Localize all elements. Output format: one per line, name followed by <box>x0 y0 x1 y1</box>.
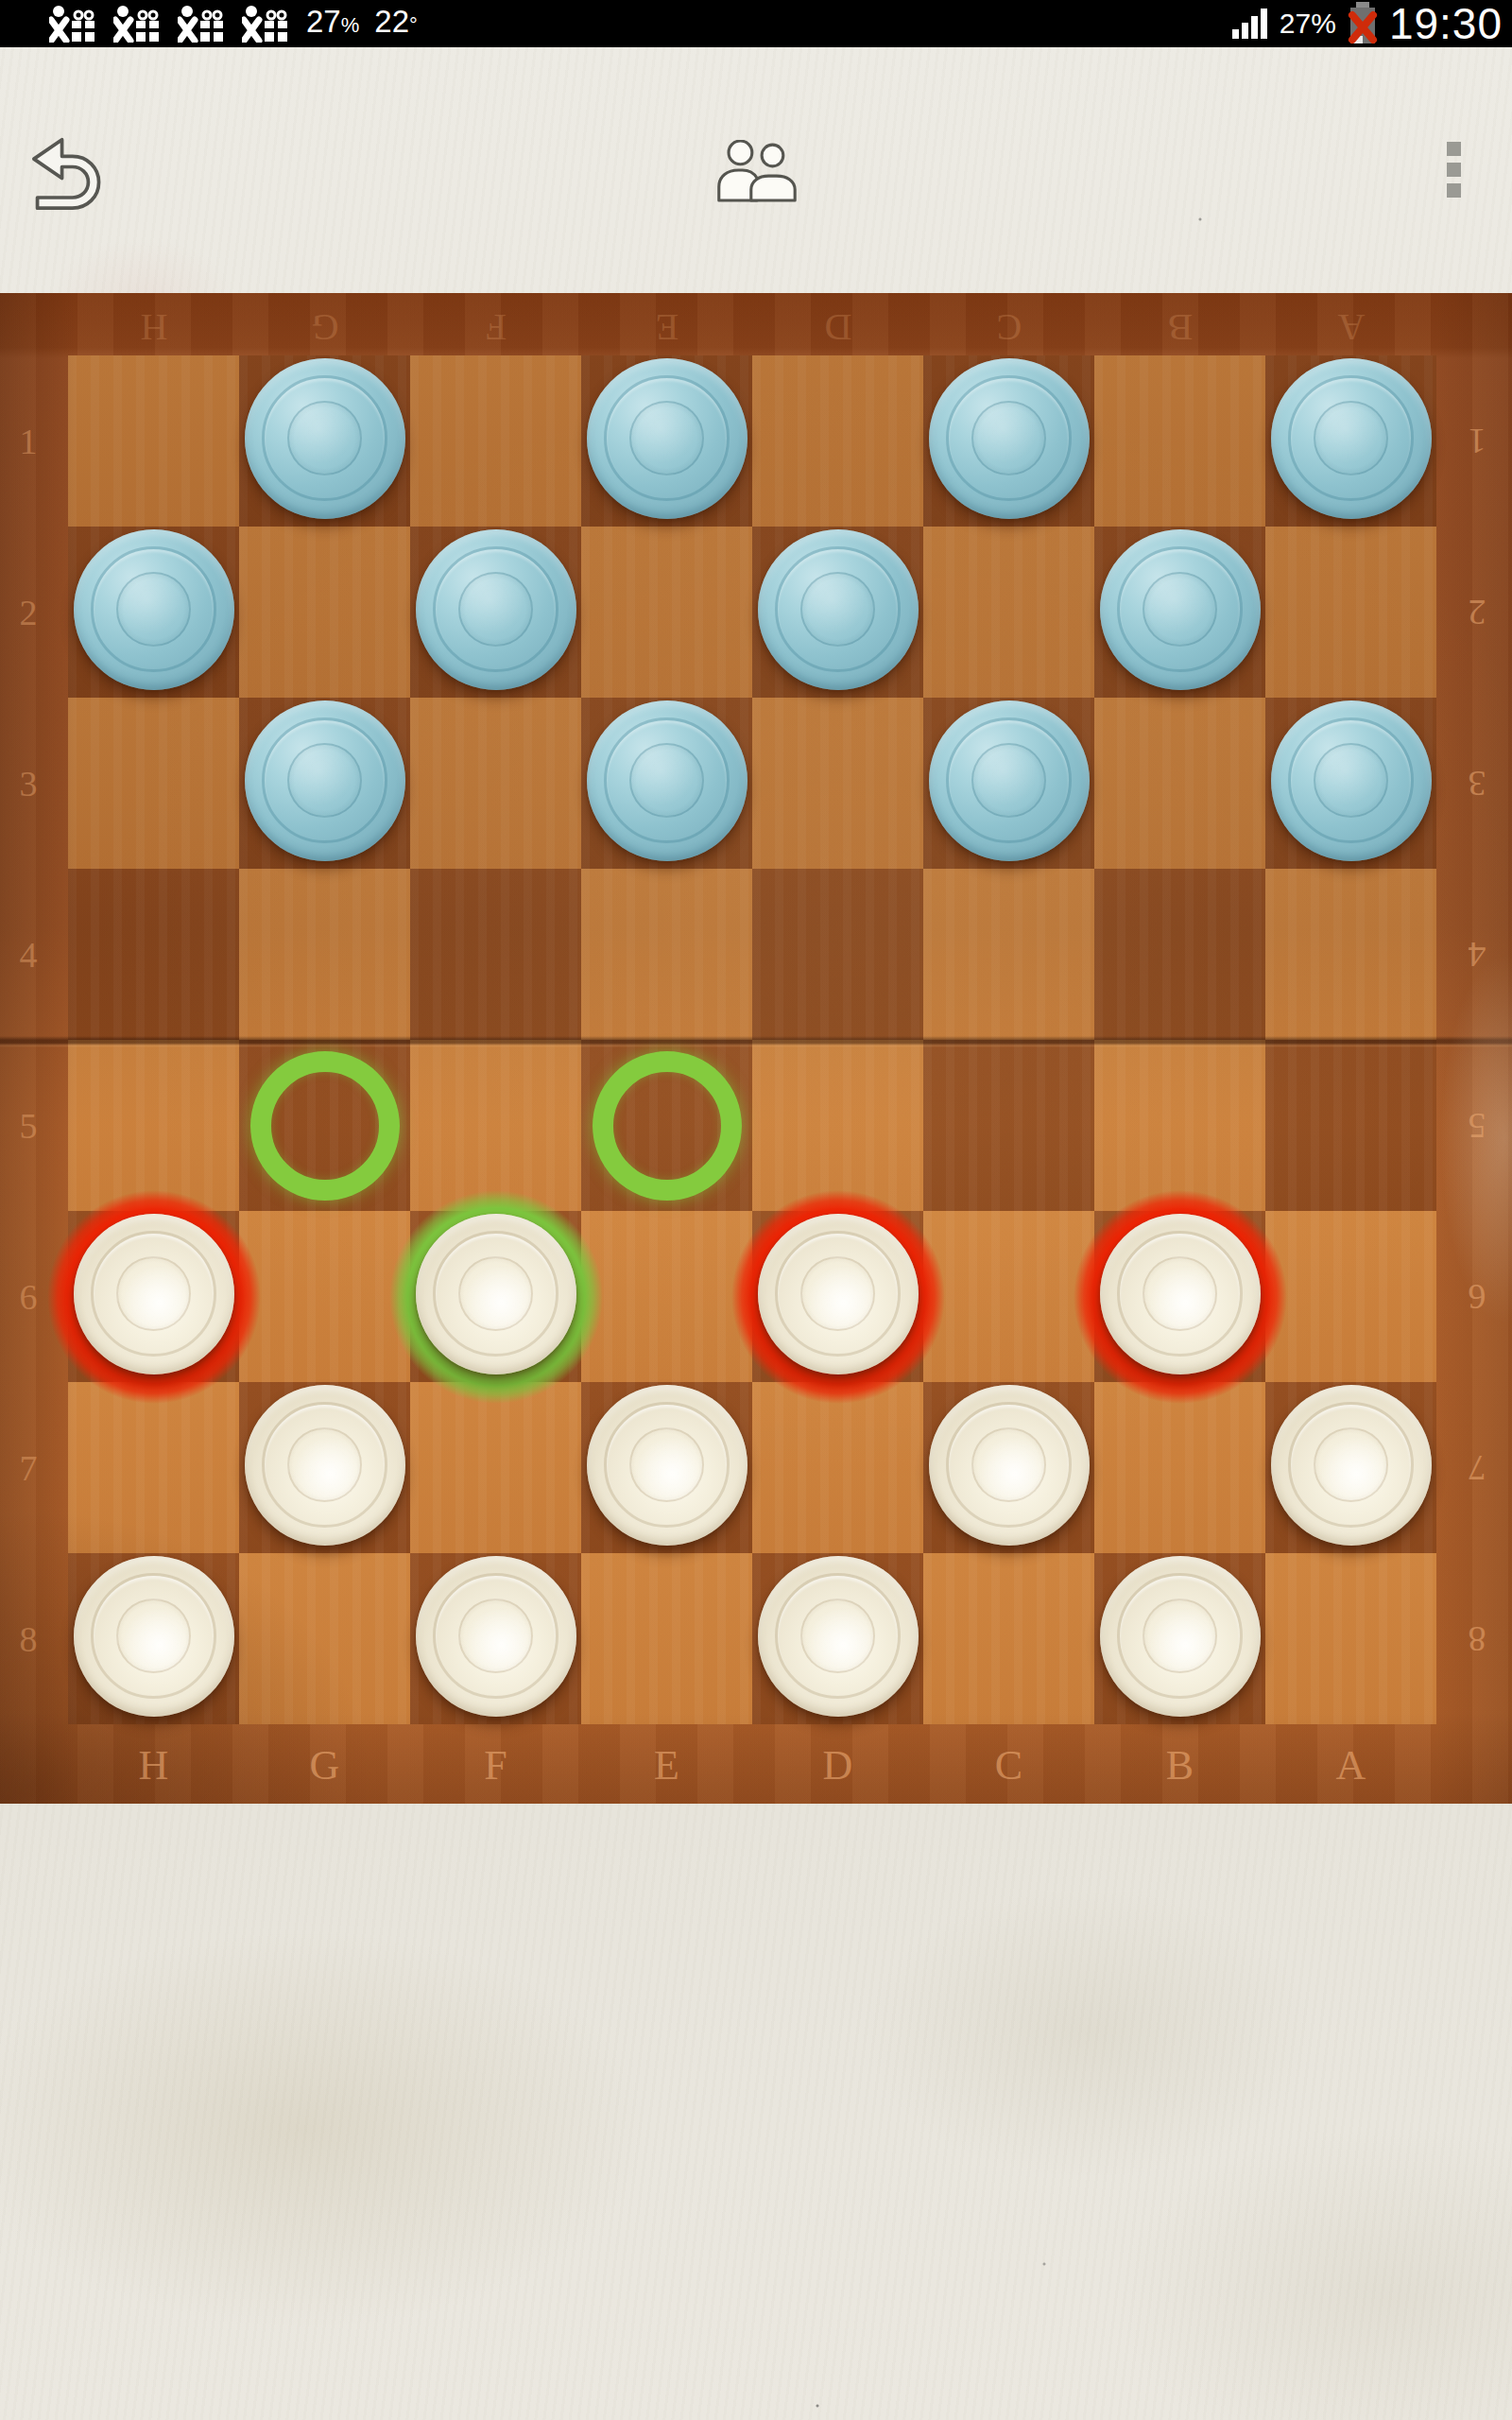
board-coordinate-label: A <box>1337 305 1365 350</box>
status-bar: 27% 22° 27% 19:30 <box>0 0 1512 47</box>
person-gift-icon <box>113 5 163 43</box>
piece-center <box>1143 572 1216 646</box>
board-square[interactable] <box>1265 1211 1436 1382</box>
piece-center <box>800 1599 874 1672</box>
square-d2[interactable] <box>752 527 923 698</box>
square-g1[interactable] <box>239 355 410 527</box>
piece-center <box>800 572 874 646</box>
board-square[interactable] <box>239 1211 410 1382</box>
board-coordinate-label: 2 <box>1469 592 1486 633</box>
board-coordinate-label: 4 <box>20 934 38 976</box>
square-b2[interactable] <box>1094 527 1265 698</box>
board-square[interactable] <box>923 1553 1094 1724</box>
board-coordinate-label: B <box>1166 1741 1194 1789</box>
square-d8[interactable] <box>752 1553 923 1724</box>
piece-center <box>287 401 361 475</box>
board-coordinate-label: 3 <box>1469 763 1486 804</box>
square-g7[interactable] <box>239 1382 410 1553</box>
checker-piece-white[interactable] <box>1100 1214 1261 1374</box>
board-square[interactable] <box>239 869 410 1040</box>
board-square[interactable] <box>1094 1040 1265 1211</box>
board-coordinate-label: B <box>1167 305 1193 350</box>
square-f6[interactable] <box>410 1211 581 1382</box>
board-coordinate-label: 8 <box>20 1618 38 1660</box>
board-square[interactable] <box>410 1382 581 1553</box>
checker-piece-white[interactable] <box>74 1214 234 1374</box>
square-a3[interactable] <box>1265 698 1436 869</box>
checker-piece-white[interactable] <box>74 1556 234 1717</box>
app-screen: 27% 22° 27% 19:30 <box>0 0 1512 2420</box>
board-coordinate-label: A <box>1336 1741 1366 1789</box>
piece-center <box>971 743 1045 817</box>
piece-center <box>629 743 703 817</box>
clock: 19:30 <box>1389 0 1503 49</box>
board-square[interactable] <box>581 1211 752 1382</box>
board-coordinate-label: C <box>995 1741 1022 1789</box>
piece-center <box>1314 743 1387 817</box>
piece-center <box>116 1256 190 1330</box>
move-target-g5[interactable] <box>239 1040 410 1211</box>
board-square[interactable] <box>752 698 923 869</box>
board-square[interactable] <box>239 1553 410 1724</box>
board-coordinate-label: 1 <box>20 421 38 462</box>
square-b8[interactable] <box>1094 1553 1265 1724</box>
temperature: 22° <box>374 0 418 49</box>
piece-center <box>287 743 361 817</box>
piece-center <box>629 1427 703 1501</box>
menu-square <box>1447 183 1461 198</box>
person-gift-icon <box>49 5 98 43</box>
board-coordinate-label: E <box>655 305 678 350</box>
checker-piece-white[interactable] <box>758 1214 919 1374</box>
piece-center <box>1143 1256 1216 1330</box>
piece-center <box>971 401 1045 475</box>
square-c1[interactable] <box>923 355 1094 527</box>
checker-piece-blue[interactable] <box>1271 358 1432 519</box>
checker-piece-white[interactable] <box>416 1214 576 1374</box>
checker-piece-blue[interactable] <box>758 529 919 690</box>
board-square[interactable] <box>68 355 239 527</box>
person-gift-icon <box>242 5 291 43</box>
piece-center <box>458 572 532 646</box>
square-f2[interactable] <box>410 527 581 698</box>
board-square[interactable] <box>752 1040 923 1211</box>
move-target-ring[interactable] <box>593 1051 742 1201</box>
checker-piece-white[interactable] <box>245 1385 405 1546</box>
board-square[interactable] <box>68 698 239 869</box>
board-coordinate-label: 7 <box>20 1447 38 1489</box>
board-coordinate-label: E <box>654 1741 679 1789</box>
board-coordinate-label: 8 <box>1469 1618 1486 1660</box>
board-square[interactable] <box>410 869 581 1040</box>
checker-piece-blue[interactable] <box>74 529 234 690</box>
checker-piece-blue[interactable] <box>929 358 1090 519</box>
square-h2[interactable] <box>68 527 239 698</box>
board-square[interactable] <box>1265 869 1436 1040</box>
board-square[interactable] <box>68 1040 239 1211</box>
board-square[interactable] <box>923 869 1094 1040</box>
checker-piece-white[interactable] <box>587 1385 747 1546</box>
square-g3[interactable] <box>239 698 410 869</box>
board-coordinate-label: 4 <box>1469 934 1486 976</box>
board-square[interactable] <box>410 1040 581 1211</box>
move-target-e5[interactable] <box>581 1040 752 1211</box>
overflow-menu-icon[interactable] <box>1447 142 1466 200</box>
board-square[interactable] <box>1265 1553 1436 1724</box>
checker-piece-blue[interactable] <box>587 358 747 519</box>
checker-piece-blue[interactable] <box>587 700 747 861</box>
board-coordinate-label: 1 <box>1469 421 1486 462</box>
checker-piece-white[interactable] <box>758 1556 919 1717</box>
square-e7[interactable] <box>581 1382 752 1553</box>
board-coordinate-label: 5 <box>1469 1105 1486 1147</box>
board-square[interactable] <box>410 698 581 869</box>
square-a1[interactable] <box>1265 355 1436 527</box>
checker-piece-white[interactable] <box>1100 1556 1261 1717</box>
piece-center <box>1314 1427 1387 1501</box>
board-coordinate-label: 6 <box>20 1276 38 1318</box>
piece-center <box>287 1427 361 1501</box>
board-square[interactable] <box>923 1211 1094 1382</box>
piece-center <box>458 1256 532 1330</box>
board-square[interactable] <box>581 527 752 698</box>
board-coordinate-label: 5 <box>20 1105 38 1147</box>
board-square[interactable] <box>239 527 410 698</box>
checker-piece-blue[interactable] <box>245 358 405 519</box>
square-e1[interactable] <box>581 355 752 527</box>
square-a7[interactable] <box>1265 1382 1436 1553</box>
board-square[interactable] <box>1094 355 1265 527</box>
board-coordinate-label: 3 <box>20 763 38 804</box>
toolbar <box>0 47 1512 293</box>
piece-center <box>116 572 190 646</box>
board-square[interactable] <box>923 527 1094 698</box>
piece-center <box>458 1599 532 1672</box>
piece-center <box>116 1599 190 1672</box>
board-square[interactable] <box>1265 527 1436 698</box>
move-target-ring[interactable] <box>250 1051 400 1201</box>
board-fold-seam <box>0 1036 1512 1047</box>
square-e3[interactable] <box>581 698 752 869</box>
board-square[interactable] <box>581 869 752 1040</box>
square-d6[interactable] <box>752 1211 923 1382</box>
battery-x-icon <box>1346 2 1380 45</box>
checker-piece-white[interactable] <box>929 1385 1090 1546</box>
piece-center <box>1143 1599 1216 1672</box>
board-coordinate-label: D <box>823 1741 853 1789</box>
piece-center <box>629 401 703 475</box>
checker-piece-blue[interactable] <box>1271 700 1432 861</box>
board-square[interactable] <box>1094 698 1265 869</box>
board-square[interactable] <box>1094 1382 1265 1553</box>
signal-bars-icon <box>1230 7 1270 41</box>
menu-square <box>1447 142 1461 156</box>
checker-piece-white[interactable] <box>416 1556 576 1717</box>
piece-center <box>800 1256 874 1330</box>
undo-back-arrow-icon[interactable] <box>26 136 112 210</box>
checkers-board[interactable]: HHGGFFEEDDCCBBAA1122334455667788 <box>0 293 1512 1804</box>
board-square[interactable] <box>752 869 923 1040</box>
battery-percent-left: 27% <box>306 0 359 49</box>
two-players-icon[interactable] <box>713 140 803 202</box>
board-coordinate-label: 7 <box>1469 1447 1486 1489</box>
checker-piece-blue[interactable] <box>929 700 1090 861</box>
checker-piece-white[interactable] <box>1271 1385 1432 1546</box>
battery-percent-right: 27% <box>1280 0 1336 47</box>
board-square[interactable] <box>752 355 923 527</box>
board-square[interactable] <box>68 1382 239 1553</box>
board-square[interactable] <box>1094 869 1265 1040</box>
board-square[interactable] <box>1265 1040 1436 1211</box>
square-h8[interactable] <box>68 1553 239 1724</box>
board-square[interactable] <box>410 355 581 527</box>
square-c3[interactable] <box>923 698 1094 869</box>
board-coordinate-label: F <box>484 1741 507 1789</box>
piece-center <box>971 1427 1045 1501</box>
board-square[interactable] <box>581 1553 752 1724</box>
person-gift-icon <box>178 5 227 43</box>
piece-center <box>1314 401 1387 475</box>
square-b6[interactable] <box>1094 1211 1265 1382</box>
status-bar-right: 27% 19:30 <box>1230 0 1503 47</box>
board-square[interactable] <box>68 869 239 1040</box>
board-square[interactable] <box>923 1040 1094 1211</box>
board-coordinate-label: H <box>140 305 167 350</box>
board-coordinate-label: F <box>485 305 506 350</box>
board-coordinate-label: C <box>996 305 1022 350</box>
board-coordinate-label: D <box>824 305 851 350</box>
square-f8[interactable] <box>410 1553 581 1724</box>
board-coordinate-label: G <box>310 1741 340 1789</box>
checker-piece-blue[interactable] <box>416 529 576 690</box>
board-coordinate-label: 6 <box>1469 1276 1486 1318</box>
menu-square <box>1447 163 1461 177</box>
board-square[interactable] <box>752 1382 923 1553</box>
checker-piece-blue[interactable] <box>245 700 405 861</box>
board-coordinate-label: H <box>139 1741 169 1789</box>
status-bar-left: 27% 22° <box>49 0 418 47</box>
square-h6[interactable] <box>68 1211 239 1382</box>
board-coordinate-label: 2 <box>20 592 38 633</box>
checker-piece-blue[interactable] <box>1100 529 1261 690</box>
board-coordinate-label: G <box>311 305 338 350</box>
square-c7[interactable] <box>923 1382 1094 1553</box>
